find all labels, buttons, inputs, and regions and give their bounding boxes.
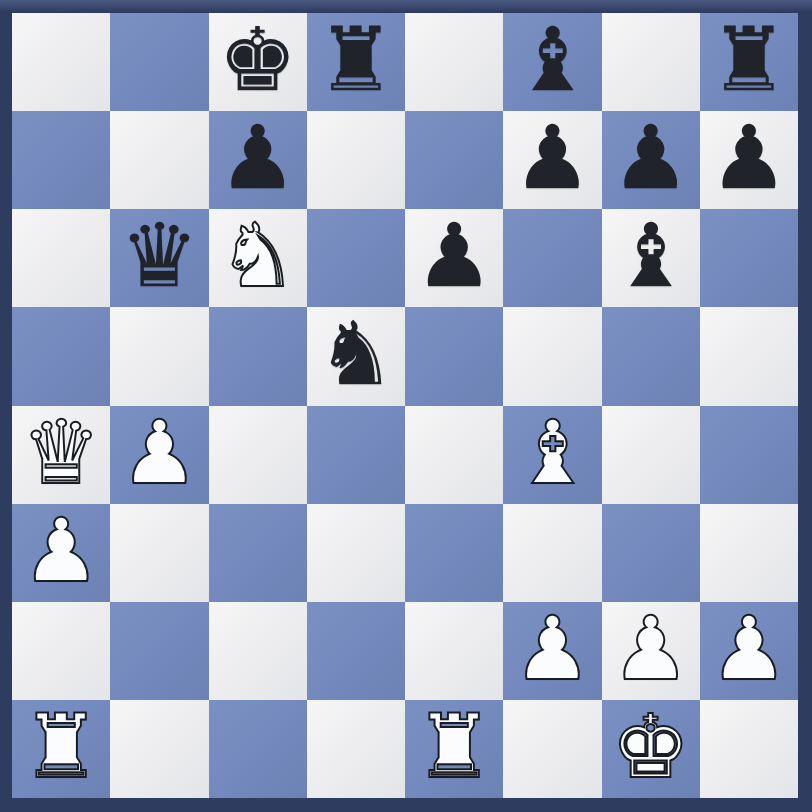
square-b7[interactable] bbox=[110, 111, 208, 209]
square-f1[interactable] bbox=[503, 700, 601, 798]
square-g2[interactable]: ♟ bbox=[602, 602, 700, 700]
square-b2[interactable] bbox=[110, 602, 208, 700]
square-f2[interactable]: ♟ bbox=[503, 602, 601, 700]
square-b8[interactable] bbox=[110, 13, 208, 111]
square-g8[interactable] bbox=[602, 13, 700, 111]
square-e6[interactable]: ♟ bbox=[405, 209, 503, 307]
square-c2[interactable] bbox=[209, 602, 307, 700]
square-e1[interactable]: ♜ bbox=[405, 700, 503, 798]
black-king[interactable]: ♚ bbox=[218, 16, 297, 104]
square-g6[interactable]: ♝ bbox=[602, 209, 700, 307]
black-pawn[interactable]: ♟ bbox=[611, 114, 690, 202]
square-e4[interactable] bbox=[405, 406, 503, 504]
black-queen[interactable]: ♛ bbox=[120, 212, 199, 300]
square-a8[interactable] bbox=[12, 13, 110, 111]
square-f5[interactable] bbox=[503, 307, 601, 405]
square-d3[interactable] bbox=[307, 504, 405, 602]
black-rook[interactable]: ♜ bbox=[316, 16, 395, 104]
square-g1[interactable]: ♚ bbox=[602, 700, 700, 798]
white-rook[interactable]: ♜ bbox=[22, 703, 101, 791]
black-knight[interactable]: ♞ bbox=[316, 310, 395, 398]
square-d8[interactable]: ♜ bbox=[307, 13, 405, 111]
square-e3[interactable] bbox=[405, 504, 503, 602]
white-pawn[interactable]: ♟ bbox=[513, 605, 592, 693]
square-c1[interactable] bbox=[209, 700, 307, 798]
square-g4[interactable] bbox=[602, 406, 700, 504]
square-a3[interactable]: ♟ bbox=[12, 504, 110, 602]
square-f3[interactable] bbox=[503, 504, 601, 602]
square-d5[interactable]: ♞ bbox=[307, 307, 405, 405]
square-e8[interactable] bbox=[405, 13, 503, 111]
square-f8[interactable]: ♝ bbox=[503, 13, 601, 111]
square-b5[interactable] bbox=[110, 307, 208, 405]
square-a5[interactable] bbox=[12, 307, 110, 405]
black-pawn[interactable]: ♟ bbox=[513, 114, 592, 202]
white-pawn[interactable]: ♟ bbox=[22, 507, 101, 595]
white-queen[interactable]: ♛ bbox=[22, 409, 101, 497]
square-d4[interactable] bbox=[307, 406, 405, 504]
square-c4[interactable] bbox=[209, 406, 307, 504]
square-a4[interactable]: ♛ bbox=[12, 406, 110, 504]
board-frame: ♚♜♝♜♟♟♟♟♛♞♟♝♞♛♟♝♟♟♟♟♜♜♚ bbox=[0, 0, 812, 812]
square-c3[interactable] bbox=[209, 504, 307, 602]
white-bishop[interactable]: ♝ bbox=[513, 409, 592, 497]
black-pawn[interactable]: ♟ bbox=[415, 212, 494, 300]
square-g3[interactable] bbox=[602, 504, 700, 602]
square-d1[interactable] bbox=[307, 700, 405, 798]
square-c8[interactable]: ♚ bbox=[209, 13, 307, 111]
square-e5[interactable] bbox=[405, 307, 503, 405]
square-d2[interactable] bbox=[307, 602, 405, 700]
square-a1[interactable]: ♜ bbox=[12, 700, 110, 798]
square-c7[interactable]: ♟ bbox=[209, 111, 307, 209]
square-a2[interactable] bbox=[12, 602, 110, 700]
black-pawn[interactable]: ♟ bbox=[218, 114, 297, 202]
white-rook[interactable]: ♜ bbox=[415, 703, 494, 791]
square-f4[interactable]: ♝ bbox=[503, 406, 601, 504]
square-c6[interactable]: ♞ bbox=[209, 209, 307, 307]
white-pawn[interactable]: ♟ bbox=[120, 409, 199, 497]
square-f6[interactable] bbox=[503, 209, 601, 307]
black-rook[interactable]: ♜ bbox=[709, 16, 788, 104]
square-h5[interactable] bbox=[700, 307, 798, 405]
square-h4[interactable] bbox=[700, 406, 798, 504]
square-h2[interactable]: ♟ bbox=[700, 602, 798, 700]
square-h6[interactable] bbox=[700, 209, 798, 307]
chess-board: ♚♜♝♜♟♟♟♟♛♞♟♝♞♛♟♝♟♟♟♟♜♜♚ bbox=[12, 13, 798, 798]
square-d7[interactable] bbox=[307, 111, 405, 209]
square-h8[interactable]: ♜ bbox=[700, 13, 798, 111]
white-pawn[interactable]: ♟ bbox=[611, 605, 690, 693]
square-g7[interactable]: ♟ bbox=[602, 111, 700, 209]
black-bishop[interactable]: ♝ bbox=[513, 16, 592, 104]
square-b3[interactable] bbox=[110, 504, 208, 602]
square-a6[interactable] bbox=[12, 209, 110, 307]
square-d6[interactable] bbox=[307, 209, 405, 307]
square-f7[interactable]: ♟ bbox=[503, 111, 601, 209]
black-pawn[interactable]: ♟ bbox=[709, 114, 788, 202]
white-pawn[interactable]: ♟ bbox=[709, 605, 788, 693]
white-knight[interactable]: ♞ bbox=[218, 212, 297, 300]
square-g5[interactable] bbox=[602, 307, 700, 405]
square-e7[interactable] bbox=[405, 111, 503, 209]
square-a7[interactable] bbox=[12, 111, 110, 209]
square-b1[interactable] bbox=[110, 700, 208, 798]
white-king[interactable]: ♚ bbox=[611, 703, 690, 791]
square-h1[interactable] bbox=[700, 700, 798, 798]
square-b4[interactable]: ♟ bbox=[110, 406, 208, 504]
square-h7[interactable]: ♟ bbox=[700, 111, 798, 209]
square-h3[interactable] bbox=[700, 504, 798, 602]
square-c5[interactable] bbox=[209, 307, 307, 405]
square-e2[interactable] bbox=[405, 602, 503, 700]
black-bishop[interactable]: ♝ bbox=[611, 212, 690, 300]
square-b6[interactable]: ♛ bbox=[110, 209, 208, 307]
